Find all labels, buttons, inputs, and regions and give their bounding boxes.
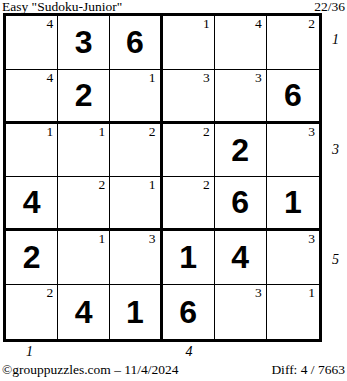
row-label-5: 5 — [332, 253, 346, 267]
sudoku-junior-page: Easy "Sudoku-Junior" 22/36 4361424213361… — [0, 0, 347, 381]
puzzle-title: Easy "Sudoku-Junior" — [2, 0, 122, 14]
given-digit: 4 — [75, 296, 93, 328]
pencil-mark: 1 — [99, 232, 106, 245]
cell-r6c2[interactable]: 4 — [58, 285, 110, 339]
header: Easy "Sudoku-Junior" 22/36 — [2, 0, 345, 14]
given-digit: 4 — [23, 186, 41, 218]
difficulty-text: Diff: 4 / 7663 — [271, 363, 345, 377]
cell-r6c5[interactable]: 3 — [215, 285, 267, 339]
col-label-1: 1 — [25, 345, 35, 359]
cell-r5c4[interactable]: 1 — [163, 231, 215, 285]
cell-r5c3[interactable]: 3 — [110, 231, 162, 285]
pencil-mark: 3 — [255, 286, 262, 299]
cell-r5c2[interactable]: 1 — [58, 231, 110, 285]
pencil-mark: 1 — [149, 178, 156, 191]
pencil-mark: 1 — [149, 71, 156, 84]
cell-r4c4[interactable]: 2 — [163, 177, 215, 231]
pencil-mark: 1 — [46, 125, 53, 138]
col-label-4: 4 — [184, 345, 194, 359]
pencil-mark: 1 — [308, 286, 315, 299]
copyright-text: ©grouppuzzles.com – 11/4/2024 — [2, 363, 179, 377]
given-digit: 4 — [231, 241, 249, 273]
cell-r1c3[interactable]: 6 — [110, 16, 162, 70]
cell-r4c5[interactable]: 6 — [215, 177, 267, 231]
pencil-mark: 1 — [203, 17, 210, 30]
cell-r2c5[interactable]: 3 — [215, 70, 267, 124]
col-labels: 14 — [0, 345, 347, 359]
pencil-mark: 2 — [149, 125, 156, 138]
cell-r2c3[interactable]: 1 — [110, 70, 162, 124]
cell-r2c4[interactable]: 3 — [163, 70, 215, 124]
cell-r3c4[interactable]: 2 — [163, 124, 215, 178]
given-digit: 6 — [231, 186, 249, 218]
pencil-mark: 1 — [99, 125, 106, 138]
cell-r1c1[interactable]: 4 — [6, 16, 58, 70]
cell-r5c6[interactable]: 3 — [267, 231, 319, 285]
pencil-mark: 3 — [308, 232, 315, 245]
given-digit: 6 — [126, 26, 144, 58]
cell-r2c1[interactable]: 4 — [6, 70, 58, 124]
cell-r4c1[interactable]: 4 — [6, 177, 58, 231]
cell-r1c6[interactable]: 2 — [267, 16, 319, 70]
pencil-mark: 2 — [99, 178, 106, 191]
cell-r1c4[interactable]: 1 — [163, 16, 215, 70]
pencil-mark: 4 — [46, 17, 53, 30]
row-label-3: 3 — [332, 143, 346, 157]
pencil-mark: 4 — [46, 71, 53, 84]
cell-r5c1[interactable]: 2 — [6, 231, 58, 285]
given-digit: 6 — [179, 296, 197, 328]
cell-r6c3[interactable]: 1 — [110, 285, 162, 339]
row-label-1: 1 — [332, 33, 346, 47]
given-digit: 2 — [23, 241, 41, 273]
pencil-mark: 2 — [203, 178, 210, 191]
cell-r5c5[interactable]: 4 — [215, 231, 267, 285]
cell-r3c2[interactable]: 1 — [58, 124, 110, 178]
sudoku-board: 436142421336112223421261213143241631 — [3, 13, 322, 342]
given-digit: 1 — [126, 296, 144, 328]
cell-r6c4[interactable]: 6 — [163, 285, 215, 339]
cell-r3c6[interactable]: 3 — [267, 124, 319, 178]
given-digit: 2 — [75, 79, 93, 111]
cell-r3c1[interactable]: 1 — [6, 124, 58, 178]
footer: ©grouppuzzles.com – 11/4/2024 Diff: 4 / … — [2, 363, 345, 377]
cell-r2c6[interactable]: 6 — [267, 70, 319, 124]
given-digit: 6 — [284, 79, 302, 111]
cell-r4c2[interactable]: 2 — [58, 177, 110, 231]
cell-r3c3[interactable]: 2 — [110, 124, 162, 178]
cell-r6c1[interactable]: 2 — [6, 285, 58, 339]
cell-r6c6[interactable]: 1 — [267, 285, 319, 339]
cell-r4c3[interactable]: 1 — [110, 177, 162, 231]
pencil-mark: 3 — [203, 71, 210, 84]
cell-r4c6[interactable]: 1 — [267, 177, 319, 231]
progress-counter: 22/36 — [314, 0, 345, 14]
cell-r2c2[interactable]: 2 — [58, 70, 110, 124]
given-digit: 1 — [179, 241, 197, 273]
pencil-mark: 2 — [46, 286, 53, 299]
pencil-mark: 3 — [308, 125, 315, 138]
pencil-mark: 2 — [308, 17, 315, 30]
pencil-mark: 3 — [149, 232, 156, 245]
cell-r1c2[interactable]: 3 — [58, 16, 110, 70]
pencil-mark: 3 — [255, 71, 262, 84]
given-digit: 1 — [284, 186, 302, 218]
cell-r1c5[interactable]: 4 — [215, 16, 267, 70]
pencil-mark: 2 — [203, 125, 210, 138]
cell-r3c5[interactable]: 2 — [215, 124, 267, 178]
given-digit: 3 — [75, 26, 93, 58]
given-digit: 2 — [231, 134, 249, 166]
pencil-mark: 4 — [255, 17, 262, 30]
